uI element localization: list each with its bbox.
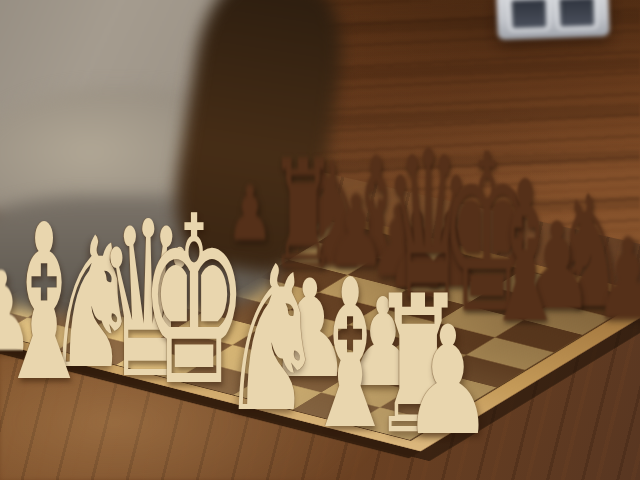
white-bishop-c1: ♝ [0, 196, 94, 411]
black-bishop-f8: ♝ [483, 155, 567, 350]
pieces-layer: ♟♜♞♟♝♟♟♛♟♚♝♟♞♟♟♝♞♛♚♞♟♝♟♜♟ [0, 0, 640, 480]
black-pawn-g7: ♟ [594, 223, 640, 335]
scene: ♟♜♞♟♝♟♟♛♟♚♝♟♞♟♟♝♞♛♚♞♟♝♟♜♟ [0, 0, 640, 480]
white-pawn-h2: ♟ [402, 306, 493, 456]
